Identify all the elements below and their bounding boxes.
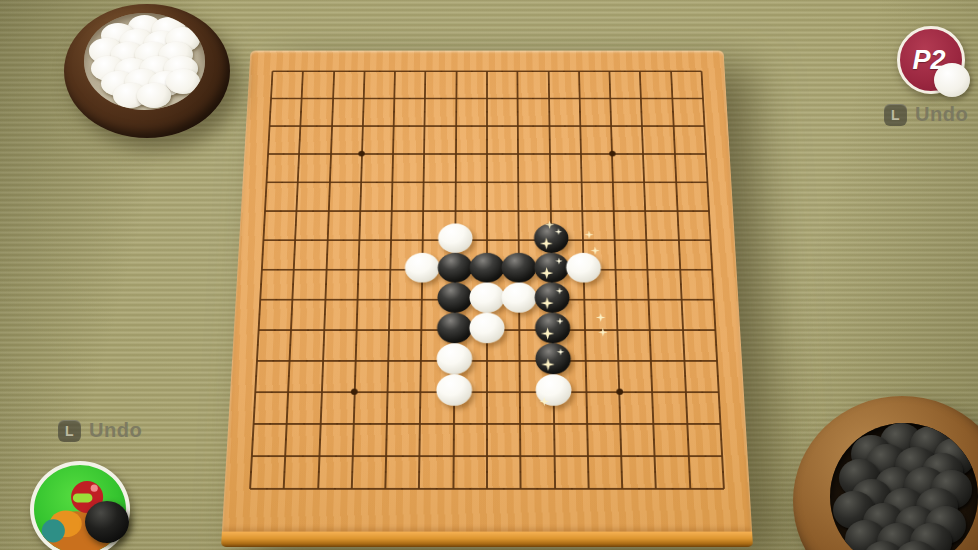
- board-cell[interactable]: [692, 196, 725, 225]
- board-cell[interactable]: [503, 196, 535, 225]
- board-cell[interactable]: [504, 472, 538, 505]
- black-stone: [470, 252, 505, 282]
- board-cell[interactable]: [372, 345, 406, 376]
- board-cell[interactable]: [564, 84, 595, 111]
- board-cell[interactable]: [439, 254, 471, 284]
- board-cell[interactable]: [503, 225, 535, 254]
- board-cell[interactable]: [370, 408, 404, 440]
- board-cell[interactable]: [595, 112, 627, 140]
- board-cell[interactable]: [570, 408, 604, 440]
- board-cell[interactable]: [566, 196, 598, 225]
- board-cell[interactable]: [599, 254, 632, 284]
- board-cell[interactable]: [594, 57, 625, 84]
- board-cell[interactable]: [313, 168, 346, 197]
- board-cell[interactable]: [438, 284, 471, 314]
- board-cell[interactable]: [597, 168, 629, 197]
- board-cell[interactable]: [437, 408, 471, 440]
- white-stone: [436, 343, 472, 374]
- board-cell[interactable]: [368, 472, 403, 505]
- undo-button-top[interactable]: L Undo: [884, 103, 968, 126]
- board-cell[interactable]: [534, 196, 566, 225]
- board-cell[interactable]: [502, 84, 533, 111]
- board-cell[interactable]: [504, 440, 538, 472]
- board-cell[interactable]: [700, 345, 735, 376]
- board-cell[interactable]: [236, 408, 271, 440]
- board-cell[interactable]: [410, 57, 441, 84]
- board-cell[interactable]: [276, 284, 310, 314]
- undo-button-bottom[interactable]: L Undo: [58, 419, 142, 442]
- win-sparkle: [555, 228, 563, 235]
- board-cell[interactable]: [605, 472, 640, 505]
- board-cell[interactable]: [657, 112, 689, 140]
- win-sparkle: [555, 258, 563, 265]
- tatami-background: { "game": "Gomoku / Renju (Five in a Row…: [0, 0, 978, 550]
- board-cell[interactable]: [533, 84, 564, 111]
- board-cell[interactable]: [282, 168, 315, 197]
- board-cell[interactable]: [568, 314, 601, 345]
- win-sparkle: [557, 348, 565, 355]
- board-cell[interactable]: [253, 112, 286, 140]
- board-cell[interactable]: [471, 140, 502, 168]
- board-cell[interactable]: [634, 345, 668, 376]
- black-stone: [437, 252, 472, 282]
- board-cell[interactable]: [639, 472, 674, 505]
- white-stone: [469, 312, 504, 343]
- board-cell[interactable]: [245, 254, 279, 284]
- board-cell[interactable]: [628, 168, 661, 197]
- board-cell[interactable]: [471, 254, 503, 284]
- board-cell[interactable]: [403, 440, 437, 472]
- go-board: [221, 51, 753, 547]
- board-cell[interactable]: [535, 254, 568, 284]
- board-cell[interactable]: [242, 314, 276, 345]
- board-cell[interactable]: [533, 112, 564, 140]
- board-cell[interactable]: [691, 168, 724, 197]
- board-cell[interactable]: [409, 112, 440, 140]
- board-cell[interactable]: [373, 284, 406, 314]
- board-cell[interactable]: [658, 140, 691, 168]
- board-cell[interactable]: [601, 314, 635, 345]
- board-cell[interactable]: [436, 440, 470, 472]
- board-cell[interactable]: [402, 472, 436, 505]
- board-cell[interactable]: [403, 408, 437, 440]
- board-cell[interactable]: [379, 84, 410, 111]
- board-cell[interactable]: [247, 225, 280, 254]
- board-cell[interactable]: [662, 225, 695, 254]
- board-cell[interactable]: [238, 376, 273, 408]
- l-button-icon: L: [58, 420, 81, 442]
- board-cell[interactable]: [659, 168, 692, 197]
- board-cell[interactable]: [630, 225, 663, 254]
- board-cell[interactable]: [637, 440, 672, 472]
- white-stone: [405, 252, 440, 282]
- board-cell[interactable]: [300, 472, 335, 505]
- win-sparkle: [541, 328, 555, 340]
- board-cell[interactable]: [633, 314, 667, 345]
- board-cell[interactable]: [625, 84, 657, 111]
- board-cell[interactable]: [438, 345, 471, 376]
- white-stone: [436, 374, 472, 405]
- board-cell[interactable]: [631, 254, 664, 284]
- board-cell[interactable]: [689, 140, 722, 168]
- board-cell[interactable]: [314, 140, 346, 168]
- board-cell[interactable]: [598, 225, 631, 254]
- board-cell[interactable]: [636, 408, 671, 440]
- board-cell[interactable]: [441, 84, 472, 111]
- board-cell[interactable]: [565, 168, 597, 197]
- board-cell[interactable]: [310, 254, 343, 284]
- board-cell[interactable]: [661, 196, 694, 225]
- board-cell[interactable]: [405, 345, 438, 376]
- board-cell[interactable]: [240, 345, 275, 376]
- board-cell[interactable]: [408, 168, 440, 197]
- board-cell[interactable]: [406, 254, 439, 284]
- board-cell[interactable]: [635, 376, 669, 408]
- board-cell[interactable]: [405, 314, 438, 345]
- white-stone: [469, 282, 504, 312]
- board-cell[interactable]: [283, 140, 316, 168]
- board-cell[interactable]: [302, 440, 337, 472]
- board-cell[interactable]: [286, 84, 318, 111]
- board-cell[interactable]: [407, 225, 439, 254]
- board-cell[interactable]: [571, 472, 606, 505]
- board-cell[interactable]: [701, 376, 736, 408]
- board-cell[interactable]: [602, 345, 636, 376]
- board-cell[interactable]: [376, 196, 408, 225]
- board-cell[interactable]: [538, 472, 572, 505]
- board-cell[interactable]: [439, 196, 471, 225]
- board-cell[interactable]: [274, 314, 308, 345]
- board-cell[interactable]: [666, 314, 700, 345]
- board-cell[interactable]: [308, 284, 342, 314]
- board-cell[interactable]: [567, 225, 600, 254]
- board-cell[interactable]: [694, 225, 727, 254]
- board-cell[interactable]: [441, 57, 472, 84]
- board-cell[interactable]: [571, 440, 605, 472]
- board-cell[interactable]: [470, 440, 504, 472]
- star-point: [351, 389, 358, 395]
- board-cell[interactable]: [439, 225, 471, 254]
- board-cell[interactable]: [369, 440, 403, 472]
- white-bowl-opening: [84, 13, 205, 109]
- p2-white-stone-icon: [934, 63, 970, 97]
- board-cell[interactable]: [503, 140, 534, 168]
- board-cell[interactable]: [375, 225, 408, 254]
- board-cell[interactable]: [347, 112, 379, 140]
- board-cell[interactable]: [346, 140, 378, 168]
- board-cell[interactable]: [440, 140, 471, 168]
- board-cell[interactable]: [377, 140, 409, 168]
- board-cell[interactable]: [404, 376, 438, 408]
- board-front-edge: [221, 532, 753, 547]
- board-cell[interactable]: [250, 168, 283, 197]
- board-cell[interactable]: [471, 196, 503, 225]
- board-cell[interactable]: [372, 314, 405, 345]
- board-cell[interactable]: [533, 57, 564, 84]
- board-cell[interactable]: [406, 284, 439, 314]
- black-stone: [533, 223, 568, 252]
- board-cell[interactable]: [409, 140, 441, 168]
- board-cell[interactable]: [471, 314, 504, 345]
- board-cell[interactable]: [697, 284, 731, 314]
- board-cell[interactable]: [503, 168, 535, 197]
- board-cell[interactable]: [266, 472, 301, 505]
- board-cell[interactable]: [273, 345, 307, 376]
- board-cell[interactable]: [378, 112, 410, 140]
- board-cell[interactable]: [655, 57, 687, 84]
- bowl-white-stone: [137, 83, 171, 108]
- board-cell[interactable]: [312, 196, 345, 225]
- board-cell[interactable]: [563, 57, 594, 84]
- board-cell[interactable]: [703, 408, 738, 440]
- board-cell[interactable]: [410, 84, 441, 111]
- board-cell[interactable]: [503, 345, 536, 376]
- board-cell[interactable]: [629, 196, 662, 225]
- board-cell[interactable]: [376, 168, 408, 197]
- white-stone: [566, 252, 601, 282]
- star-point: [359, 151, 366, 157]
- board-cell[interactable]: [502, 57, 533, 84]
- board-cell[interactable]: [306, 345, 340, 376]
- board-cell[interactable]: [536, 345, 569, 376]
- board-cell[interactable]: [537, 408, 571, 440]
- board-cell[interactable]: [632, 284, 666, 314]
- star-point: [609, 151, 616, 157]
- black-stone: [534, 282, 569, 312]
- board-cell[interactable]: [668, 376, 703, 408]
- board-cell[interactable]: [232, 472, 268, 505]
- board-cell[interactable]: [564, 112, 596, 140]
- board-cell[interactable]: [338, 376, 372, 408]
- board-cell[interactable]: [307, 314, 341, 345]
- board-grid: [232, 57, 741, 504]
- board-cell[interactable]: [596, 140, 628, 168]
- black-stone: [534, 312, 570, 343]
- board-cell[interactable]: [287, 57, 319, 84]
- board-cell[interactable]: [271, 376, 306, 408]
- board-cell[interactable]: [316, 112, 348, 140]
- board-cell[interactable]: [536, 314, 569, 345]
- win-sparkle: [540, 267, 553, 279]
- board-cell[interactable]: [471, 284, 503, 314]
- board-cell[interactable]: [471, 345, 504, 376]
- board-cell[interactable]: [471, 112, 502, 140]
- board-cell[interactable]: [243, 284, 277, 314]
- board-cell[interactable]: [568, 284, 601, 314]
- board-cell[interactable]: [341, 284, 374, 314]
- board-cell[interactable]: [704, 440, 739, 472]
- board-cell[interactable]: [440, 112, 471, 140]
- win-sparkle: [541, 358, 555, 370]
- board-cell[interactable]: [371, 376, 405, 408]
- board-cell[interactable]: [685, 57, 717, 84]
- board-cell[interactable]: [472, 57, 503, 84]
- board-cell[interactable]: [340, 314, 374, 345]
- board-cell[interactable]: [339, 345, 373, 376]
- board-cell[interactable]: [344, 196, 377, 225]
- star-point: [616, 389, 623, 395]
- win-sparkle: [540, 238, 553, 250]
- board-cell[interactable]: [255, 84, 287, 111]
- board-cell[interactable]: [536, 376, 570, 408]
- board-cell[interactable]: [534, 168, 566, 197]
- board-cell[interactable]: [285, 112, 317, 140]
- board-cell[interactable]: [656, 84, 688, 111]
- board-cell[interactable]: [627, 140, 659, 168]
- board-cell[interactable]: [348, 84, 380, 111]
- black-stone: [502, 252, 537, 282]
- board-cell[interactable]: [503, 376, 536, 408]
- board-cell[interactable]: [335, 440, 370, 472]
- board-cell[interactable]: [535, 225, 567, 254]
- board-cell[interactable]: [504, 408, 538, 440]
- board-cell[interactable]: [317, 84, 349, 111]
- board-cell[interactable]: [436, 472, 470, 505]
- board-cell[interactable]: [535, 284, 568, 314]
- board-cell[interactable]: [252, 140, 285, 168]
- board-cell[interactable]: [311, 225, 344, 254]
- white-stone: [438, 223, 473, 252]
- board-cell[interactable]: [626, 112, 658, 140]
- board-cell[interactable]: [503, 254, 535, 284]
- board-cell[interactable]: [565, 140, 597, 168]
- bowl-white-stone: [166, 69, 200, 94]
- board-cell[interactable]: [663, 254, 697, 284]
- board-cell[interactable]: [440, 168, 472, 197]
- win-sparkle: [541, 297, 554, 309]
- board-cell[interactable]: [502, 112, 533, 140]
- white-stone: [502, 282, 537, 312]
- board-cell[interactable]: [345, 168, 377, 197]
- board-cell[interactable]: [374, 254, 407, 284]
- board-cell[interactable]: [336, 408, 370, 440]
- board-cell[interactable]: [624, 57, 656, 84]
- board-cell[interactable]: [672, 472, 707, 505]
- board-cell[interactable]: [698, 314, 732, 345]
- board-cell[interactable]: [537, 440, 571, 472]
- board-cell[interactable]: [604, 440, 639, 472]
- white-stone-bowl: [64, 4, 230, 138]
- board-cell[interactable]: [603, 408, 637, 440]
- board-cell[interactable]: [407, 196, 439, 225]
- win-sparkle: [556, 318, 564, 325]
- board-cell[interactable]: [438, 314, 471, 345]
- board-cell[interactable]: [379, 57, 410, 84]
- board-cell[interactable]: [667, 345, 701, 376]
- board-cell[interactable]: [706, 472, 742, 505]
- board-cell[interactable]: [257, 57, 289, 84]
- board-cell[interactable]: [671, 440, 706, 472]
- p1-black-stone-icon: [85, 501, 129, 543]
- board-cell[interactable]: [472, 84, 503, 111]
- board-cell[interactable]: [688, 112, 721, 140]
- board-cell[interactable]: [569, 376, 603, 408]
- board-surface: [222, 51, 752, 532]
- undo-label: Undo: [915, 103, 968, 126]
- black-stone: [437, 282, 472, 312]
- board-cell[interactable]: [343, 225, 376, 254]
- board-cell[interactable]: [670, 408, 705, 440]
- board-cell[interactable]: [304, 376, 338, 408]
- board-cell[interactable]: [598, 196, 631, 225]
- board-cell[interactable]: [279, 225, 312, 254]
- board-cell[interactable]: [318, 57, 350, 84]
- board-cell[interactable]: [349, 57, 380, 84]
- board-cell[interactable]: [471, 168, 503, 197]
- black-stone: [437, 312, 472, 343]
- l-button-icon: L: [884, 104, 907, 126]
- board-cell[interactable]: [234, 440, 269, 472]
- board-cell[interactable]: [602, 376, 636, 408]
- board-cell[interactable]: [248, 196, 281, 225]
- board-cell[interactable]: [277, 254, 311, 284]
- board-cell[interactable]: [664, 284, 698, 314]
- board-cell[interactable]: [470, 408, 503, 440]
- board-cell[interactable]: [695, 254, 729, 284]
- board-cell[interactable]: [303, 408, 338, 440]
- board-cell[interactable]: [503, 314, 536, 345]
- undo-label: Undo: [89, 419, 142, 442]
- board-cell[interactable]: [270, 408, 305, 440]
- win-sparkle: [556, 288, 564, 295]
- board-cell[interactable]: [534, 140, 566, 168]
- board-cell[interactable]: [470, 472, 504, 505]
- board-cell[interactable]: [437, 376, 470, 408]
- white-stone: [535, 374, 571, 405]
- black-stone: [535, 343, 571, 374]
- black-stone: [534, 252, 569, 282]
- board-cell[interactable]: [280, 196, 313, 225]
- board-cell[interactable]: [503, 284, 536, 314]
- board-cell[interactable]: [567, 254, 600, 284]
- board-cell[interactable]: [334, 472, 369, 505]
- board-cell[interactable]: [471, 225, 503, 254]
- board-cell[interactable]: [342, 254, 375, 284]
- board-cell[interactable]: [569, 345, 603, 376]
- board-cell[interactable]: [687, 84, 719, 111]
- board-cell[interactable]: [268, 440, 303, 472]
- board-cell[interactable]: [470, 376, 503, 408]
- board-cell[interactable]: [600, 284, 633, 314]
- board-cell[interactable]: [595, 84, 627, 111]
- black-bowl-opening: [830, 423, 978, 550]
